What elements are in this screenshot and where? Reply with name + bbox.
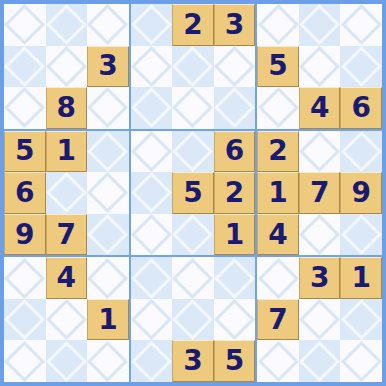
- cell-r8-c9[interactable]: [340, 299, 382, 341]
- diamond-decoration: [87, 172, 128, 213]
- given-digit: 3: [310, 264, 329, 292]
- cell-r5-c7: 1: [257, 172, 299, 214]
- diamond-decoration: [46, 172, 87, 213]
- diamond-decoration: [131, 46, 172, 87]
- cell-r4-c9[interactable]: [340, 131, 382, 173]
- given-digit: 4: [310, 94, 329, 122]
- box-r2-c1: 35: [131, 257, 256, 382]
- box-r1-c2: 21794: [257, 131, 382, 256]
- diamond-decoration: [87, 341, 128, 382]
- cell-r7-c1[interactable]: [4, 257, 46, 299]
- cell-r9-c1[interactable]: [4, 340, 46, 382]
- diamond-decoration: [46, 341, 87, 382]
- given-digit: 5: [268, 52, 287, 80]
- cell-r4-c5[interactable]: [172, 131, 214, 173]
- cell-r2-c4[interactable]: [131, 46, 173, 88]
- cell-r9-c5: 3: [172, 340, 214, 382]
- cell-r8-c8[interactable]: [299, 299, 341, 341]
- cell-r3-c3[interactable]: [87, 87, 129, 129]
- diamond-decoration: [131, 341, 172, 382]
- cell-r7-c7[interactable]: [257, 257, 299, 299]
- diamond-decoration: [87, 258, 128, 299]
- given-digit: 4: [268, 221, 287, 249]
- given-digit: 1: [57, 137, 76, 165]
- given-digit: 2: [183, 11, 202, 39]
- cell-r3-c6[interactable]: [214, 87, 256, 129]
- cell-r2-c8[interactable]: [299, 46, 341, 88]
- cell-r9-c3[interactable]: [87, 340, 129, 382]
- diamond-decoration: [172, 258, 213, 299]
- cell-r2-c2[interactable]: [46, 46, 88, 88]
- diamond-decoration: [258, 87, 299, 128]
- diamond-decoration: [299, 4, 340, 45]
- cell-r2-c3: 3: [87, 46, 129, 88]
- cell-r2-c7: 5: [257, 46, 299, 88]
- diamond-decoration: [258, 341, 299, 382]
- given-digit: 1: [225, 221, 244, 249]
- diamond-decoration: [46, 299, 87, 340]
- cell-r7-c8: 3: [299, 257, 341, 299]
- cell-r3-c4[interactable]: [131, 87, 173, 129]
- diamond-decoration: [4, 341, 45, 382]
- diamond-decoration: [4, 46, 45, 87]
- box-r2-c0: 41: [4, 257, 129, 382]
- cell-r1-c4[interactable]: [131, 4, 173, 46]
- given-digit: 8: [57, 94, 76, 122]
- diamond-decoration: [299, 131, 340, 172]
- cell-r9-c9[interactable]: [340, 340, 382, 382]
- given-digit: 7: [268, 306, 287, 334]
- cell-r4-c7: 2: [257, 131, 299, 173]
- cell-r9-c7[interactable]: [257, 340, 299, 382]
- given-digit: 3: [225, 11, 244, 39]
- given-digit: 1: [98, 306, 117, 334]
- diamond-decoration: [172, 131, 213, 172]
- cell-r1-c8[interactable]: [299, 4, 341, 46]
- given-digit: 2: [268, 137, 287, 165]
- cell-r8-c3: 1: [87, 299, 129, 341]
- cell-r8-c1[interactable]: [4, 299, 46, 341]
- diamond-decoration: [172, 299, 213, 340]
- cell-r8-c4[interactable]: [131, 299, 173, 341]
- given-digit: 5: [15, 137, 34, 165]
- cell-r7-c3[interactable]: [87, 257, 129, 299]
- cell-r4-c1: 5: [4, 131, 46, 173]
- sudoku-board: 3823546516976521217944135317: [0, 0, 386, 386]
- diamond-decoration: [341, 131, 382, 172]
- given-digit: 3: [183, 347, 202, 375]
- cell-r6-c2: 7: [46, 214, 88, 256]
- cell-r5-c2[interactable]: [46, 172, 88, 214]
- cell-r3-c9: 6: [340, 87, 382, 129]
- diamond-decoration: [299, 214, 340, 255]
- diamond-decoration: [214, 258, 255, 299]
- given-digit: 4: [57, 264, 76, 292]
- diamond-decoration: [258, 258, 299, 299]
- box-r1-c1: 6521: [131, 131, 256, 256]
- box-r0-c2: 546: [257, 4, 382, 129]
- cell-r1-c7[interactable]: [257, 4, 299, 46]
- given-digit: 6: [225, 137, 244, 165]
- diamond-decoration: [87, 87, 128, 128]
- cell-r7-c9: 1: [340, 257, 382, 299]
- cell-r1-c2[interactable]: [46, 4, 88, 46]
- cell-r5-c8: 7: [299, 172, 341, 214]
- diamond-decoration: [87, 214, 128, 255]
- diamond-decoration: [87, 4, 128, 45]
- diamond-decoration: [4, 258, 45, 299]
- diamond-decoration: [214, 87, 255, 128]
- cell-r1-c1[interactable]: [4, 4, 46, 46]
- cell-r9-c8[interactable]: [299, 340, 341, 382]
- cell-r2-c1[interactable]: [4, 46, 46, 88]
- cell-r3-c1[interactable]: [4, 87, 46, 129]
- cell-r1-c5: 2: [172, 4, 214, 46]
- diamond-decoration: [131, 172, 172, 213]
- cell-r6-c8[interactable]: [299, 214, 341, 256]
- given-digit: 2: [225, 179, 244, 207]
- diamond-decoration: [87, 131, 128, 172]
- diamond-decoration: [299, 341, 340, 382]
- given-digit: 3: [98, 52, 117, 80]
- cell-r6-c5[interactable]: [172, 214, 214, 256]
- cell-r8-c5[interactable]: [172, 299, 214, 341]
- cell-r6-c3[interactable]: [87, 214, 129, 256]
- diamond-decoration: [214, 46, 255, 87]
- diamond-decoration: [131, 214, 172, 255]
- cell-r9-c6: 5: [214, 340, 256, 382]
- cell-r4-c6: 6: [214, 131, 256, 173]
- cell-r3-c8: 4: [299, 87, 341, 129]
- diamond-decoration: [172, 46, 213, 87]
- cell-r3-c7[interactable]: [257, 87, 299, 129]
- diamond-decoration: [341, 299, 382, 340]
- given-digit: 1: [351, 264, 370, 292]
- cell-r8-c6[interactable]: [214, 299, 256, 341]
- cell-r6-c9[interactable]: [340, 214, 382, 256]
- cell-r1-c3[interactable]: [87, 4, 129, 46]
- cell-r5-c4[interactable]: [131, 172, 173, 214]
- cell-r7-c4[interactable]: [131, 257, 173, 299]
- cell-r2-c5[interactable]: [172, 46, 214, 88]
- cell-r1-c9[interactable]: [340, 4, 382, 46]
- cell-r5-c5: 5: [172, 172, 214, 214]
- diamond-decoration: [258, 4, 299, 45]
- diamond-decoration: [341, 214, 382, 255]
- cell-r7-c5[interactable]: [172, 257, 214, 299]
- cell-r2-c6[interactable]: [214, 46, 256, 88]
- cell-r6-c4[interactable]: [131, 214, 173, 256]
- diamond-decoration: [46, 4, 87, 45]
- cell-r8-c7: 7: [257, 299, 299, 341]
- diamond-decoration: [341, 46, 382, 87]
- diamond-decoration: [341, 341, 382, 382]
- box-r0-c0: 38: [4, 4, 129, 129]
- given-digit: 6: [15, 179, 34, 207]
- cell-r9-c4[interactable]: [131, 340, 173, 382]
- diamond-decoration: [299, 46, 340, 87]
- diamond-decoration: [214, 299, 255, 340]
- cell-r4-c3[interactable]: [87, 131, 129, 173]
- cell-r1-c6: 3: [214, 4, 256, 46]
- cell-r7-c6[interactable]: [214, 257, 256, 299]
- given-digit: 9: [351, 179, 370, 207]
- cell-r5-c1: 6: [4, 172, 46, 214]
- cell-r5-c9: 9: [340, 172, 382, 214]
- given-digit: 7: [310, 179, 329, 207]
- given-digit: 5: [225, 347, 244, 375]
- cell-r4-c2: 1: [46, 131, 88, 173]
- cell-r5-c3[interactable]: [87, 172, 129, 214]
- cell-r8-c2[interactable]: [46, 299, 88, 341]
- diamond-decoration: [131, 258, 172, 299]
- given-digit: 1: [268, 179, 287, 207]
- box-r1-c0: 51697: [4, 131, 129, 256]
- box-r2-c2: 317: [257, 257, 382, 382]
- given-digit: 6: [351, 94, 370, 122]
- diamond-decoration: [131, 131, 172, 172]
- cell-r6-c1: 9: [4, 214, 46, 256]
- diamond-decoration: [131, 299, 172, 340]
- cell-r9-c2[interactable]: [46, 340, 88, 382]
- diamond-decoration: [341, 4, 382, 45]
- diamond-decoration: [4, 4, 45, 45]
- diamond-decoration: [4, 87, 45, 128]
- diamond-decoration: [4, 299, 45, 340]
- cell-r6-c6: 1: [214, 214, 256, 256]
- cell-r2-c9[interactable]: [340, 46, 382, 88]
- diamond-decoration: [172, 87, 213, 128]
- given-digit: 9: [15, 221, 34, 249]
- diamond-decoration: [131, 87, 172, 128]
- diamond-decoration: [46, 46, 87, 87]
- given-digit: 5: [183, 179, 202, 207]
- cell-r4-c8[interactable]: [299, 131, 341, 173]
- diamond-decoration: [299, 299, 340, 340]
- given-digit: 7: [57, 221, 76, 249]
- box-r0-c1: 23: [131, 4, 256, 129]
- diamond-decoration: [131, 4, 172, 45]
- cell-r7-c2: 4: [46, 257, 88, 299]
- cell-r4-c4[interactable]: [131, 131, 173, 173]
- cell-r6-c7: 4: [257, 214, 299, 256]
- cell-r3-c2: 8: [46, 87, 88, 129]
- sudoku-grid: 3823546516976521217944135317: [4, 4, 382, 382]
- cell-r3-c5[interactable]: [172, 87, 214, 129]
- diamond-decoration: [172, 214, 213, 255]
- cell-r5-c6: 2: [214, 172, 256, 214]
